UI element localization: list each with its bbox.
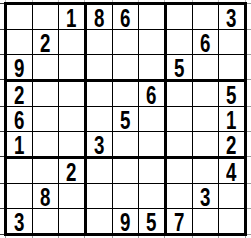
gridline-stub xyxy=(192,236,193,238)
cell-digit: 2 xyxy=(40,30,50,55)
cell-digit: 3 xyxy=(14,209,24,233)
cell-r6c7[interactable] xyxy=(167,132,193,159)
gridline-stub xyxy=(247,106,251,107)
cell-digit: 5 xyxy=(226,82,236,107)
cell-r5c8[interactable] xyxy=(193,107,219,132)
gridline-stub xyxy=(0,3,4,4)
gridline-stub xyxy=(192,0,193,2)
gridline-stub xyxy=(218,236,219,238)
gridline-stub xyxy=(0,183,4,184)
cell-r2c2[interactable]: 2 xyxy=(33,30,59,55)
cell-r6c9[interactable]: 2 xyxy=(219,132,244,159)
cell-r2c8[interactable]: 6 xyxy=(193,30,219,55)
cell-r8c8[interactable]: 3 xyxy=(193,184,219,209)
cell-r7c2[interactable] xyxy=(33,159,59,184)
cell-r7c3[interactable]: 2 xyxy=(59,159,87,184)
cell-digit: 8 xyxy=(40,184,50,209)
cell-r8c2[interactable]: 8 xyxy=(33,184,59,209)
cell-r9c5[interactable]: 9 xyxy=(113,209,139,233)
cell-r6c3[interactable] xyxy=(59,132,87,159)
cell-digit: 1 xyxy=(66,5,76,30)
cell-digit: 6 xyxy=(120,5,130,30)
cell-digit: 3 xyxy=(200,184,210,209)
cell-digit: 5 xyxy=(174,55,184,80)
gridline-stub xyxy=(0,208,4,209)
cell-digit: 8 xyxy=(94,5,104,30)
cell-r4c4[interactable] xyxy=(87,82,113,107)
gridline-stub xyxy=(32,0,33,2)
cell-digit: 7 xyxy=(174,209,184,233)
cell-r1c4[interactable]: 8 xyxy=(87,5,113,30)
cell-r8c7[interactable] xyxy=(167,184,193,209)
cell-r3c9[interactable] xyxy=(219,55,244,82)
cell-r4c7[interactable] xyxy=(167,82,193,107)
cell-digit: 6 xyxy=(14,107,24,132)
cell-r7c8[interactable] xyxy=(193,159,219,184)
gridline-stub xyxy=(247,29,251,30)
cell-r7c7[interactable] xyxy=(167,159,193,184)
gridline-stub xyxy=(138,236,139,238)
cell-r6c2[interactable] xyxy=(33,132,59,159)
gridline-stub xyxy=(245,236,246,238)
cell-r6c4[interactable]: 3 xyxy=(87,132,113,159)
gridline-stub xyxy=(164,236,165,238)
cell-r9c2[interactable] xyxy=(33,209,59,233)
gridline-stub xyxy=(58,236,59,238)
cell-digit: 5 xyxy=(146,209,156,233)
cell-r3c2[interactable] xyxy=(33,55,59,82)
gridline-stub xyxy=(247,156,251,157)
cell-r5c5[interactable]: 5 xyxy=(113,107,139,132)
gridline-stub xyxy=(247,131,251,132)
cell-r1c6[interactable] xyxy=(139,5,167,30)
gridline-stub xyxy=(0,131,4,132)
cell-r2c5[interactable] xyxy=(113,30,139,55)
cell-r1c5[interactable]: 6 xyxy=(113,5,139,30)
cell-r4c5[interactable] xyxy=(113,82,139,107)
cell-r6c5[interactable] xyxy=(113,132,139,159)
cell-r1c7[interactable] xyxy=(167,5,193,30)
cell-r1c8[interactable] xyxy=(193,5,219,30)
cell-digit: 2 xyxy=(66,159,76,184)
gridline-stub xyxy=(247,3,251,4)
cell-r4c2[interactable] xyxy=(33,82,59,107)
cell-r9c7[interactable]: 7 xyxy=(167,209,193,233)
cell-r8c1[interactable] xyxy=(7,184,33,209)
gridline-stub xyxy=(0,54,4,55)
cell-r5c6[interactable] xyxy=(139,107,167,132)
cell-digit: 5 xyxy=(120,107,130,132)
gridline-stub xyxy=(247,183,251,184)
gridline-stub xyxy=(247,54,251,55)
gridline-stub xyxy=(0,106,4,107)
cell-r2c1[interactable] xyxy=(7,30,33,55)
cell-r2c7[interactable] xyxy=(167,30,193,55)
gridline-stub xyxy=(0,234,4,235)
cell-digit: 1 xyxy=(226,107,236,132)
gridline-stub xyxy=(247,79,251,80)
cell-r4c9[interactable]: 5 xyxy=(219,82,244,107)
cell-r2c3[interactable] xyxy=(59,30,87,55)
cell-r7c9[interactable]: 4 xyxy=(219,159,244,184)
cell-r3c4[interactable] xyxy=(87,55,113,82)
cell-r1c3[interactable]: 1 xyxy=(59,5,87,30)
gridline-stub xyxy=(245,0,246,2)
cell-r5c1[interactable]: 6 xyxy=(7,107,33,132)
cell-r5c2[interactable] xyxy=(33,107,59,132)
cell-r3c3[interactable] xyxy=(59,55,87,82)
cell-r5c3[interactable] xyxy=(59,107,87,132)
cell-r1c9[interactable]: 3 xyxy=(219,5,244,30)
gridline-stub xyxy=(218,0,219,2)
cell-digit: 2 xyxy=(14,82,24,107)
gridline-stub xyxy=(0,29,4,30)
cell-r9c9[interactable] xyxy=(219,209,244,233)
gridline-stub xyxy=(164,0,165,2)
gridline-stub xyxy=(5,236,6,238)
gridline-stub xyxy=(84,236,85,238)
cell-digit: 6 xyxy=(200,30,210,55)
gridline-stub xyxy=(112,236,113,238)
cell-r1c1[interactable] xyxy=(7,5,33,30)
cell-digit: 1 xyxy=(14,132,24,157)
cell-r6c8[interactable] xyxy=(193,132,219,159)
cell-r8c6[interactable] xyxy=(139,184,167,209)
cell-digit: 3 xyxy=(94,132,104,157)
gridline-stub xyxy=(0,79,4,80)
gridline-stub xyxy=(247,208,251,209)
cell-r3c1[interactable]: 9 xyxy=(7,55,33,82)
cell-r5c9[interactable]: 1 xyxy=(219,107,244,132)
cell-r3c6[interactable] xyxy=(139,55,167,82)
cell-r7c1[interactable] xyxy=(7,159,33,184)
cell-digit: 6 xyxy=(146,82,156,107)
cell-r3c7[interactable]: 5 xyxy=(167,55,193,82)
cell-r3c5[interactable] xyxy=(113,55,139,82)
cell-r8c5[interactable] xyxy=(113,184,139,209)
cell-r4c3[interactable] xyxy=(59,82,87,107)
cell-r4c8[interactable] xyxy=(193,82,219,107)
cell-r9c4[interactable] xyxy=(87,209,113,233)
cell-r8c9[interactable] xyxy=(219,184,244,209)
gridline-stub xyxy=(0,156,4,157)
cell-r6c1[interactable]: 1 xyxy=(7,132,33,159)
cell-r7c6[interactable] xyxy=(139,159,167,184)
cell-r1c2[interactable] xyxy=(33,5,59,30)
cell-digit: 9 xyxy=(14,55,24,80)
cell-r4c1[interactable]: 2 xyxy=(7,82,33,107)
cell-r2c9[interactable] xyxy=(219,30,244,55)
cell-digit: 2 xyxy=(226,132,236,157)
cell-r9c3[interactable] xyxy=(59,209,87,233)
gridline-stub xyxy=(138,0,139,2)
gridline-stub xyxy=(112,0,113,2)
cell-r7c5[interactable] xyxy=(113,159,139,184)
cell-r9c1[interactable]: 3 xyxy=(7,209,33,233)
cell-r5c7[interactable] xyxy=(167,107,193,132)
cell-r6c6[interactable] xyxy=(139,132,167,159)
cell-digit: 9 xyxy=(120,209,130,233)
cell-r3c8[interactable] xyxy=(193,55,219,82)
gridline-stub xyxy=(247,234,251,235)
gridline-stub xyxy=(32,236,33,238)
cell-r2c6[interactable] xyxy=(139,30,167,55)
cell-r8c3[interactable] xyxy=(59,184,87,209)
gridline-stub xyxy=(84,0,85,2)
cell-r7c4[interactable] xyxy=(87,159,113,184)
cell-r4c6[interactable]: 6 xyxy=(139,82,167,107)
gridline-stub xyxy=(5,0,6,2)
sudoku-board: 1863269526565113224833957 xyxy=(4,2,247,236)
cell-digit: 3 xyxy=(226,5,236,30)
cell-r8c4[interactable] xyxy=(87,184,113,209)
cell-digit: 4 xyxy=(226,159,236,184)
cell-r5c4[interactable] xyxy=(87,107,113,132)
cell-r9c8[interactable] xyxy=(193,209,219,233)
gridline-stub xyxy=(58,0,59,2)
cell-r2c4[interactable] xyxy=(87,30,113,55)
cell-r9c6[interactable]: 5 xyxy=(139,209,167,233)
